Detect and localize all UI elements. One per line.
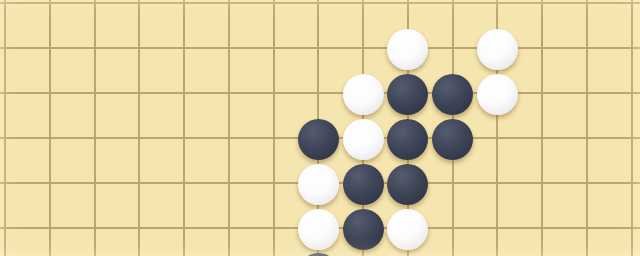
grid-line-horizontal <box>0 2 640 4</box>
screenshot-stage <box>0 0 640 256</box>
grid-line-vertical <box>138 0 140 256</box>
black-stone <box>387 74 428 115</box>
black-stone <box>432 119 473 160</box>
grid-line-vertical <box>541 0 543 256</box>
grid-line-horizontal <box>0 92 640 94</box>
black-stone <box>387 164 428 205</box>
white-stone <box>387 29 428 70</box>
white-stone <box>477 29 518 70</box>
black-stone <box>432 74 473 115</box>
white-stone <box>387 209 428 250</box>
grid-line-vertical <box>4 0 6 256</box>
grid-line-vertical <box>94 0 96 256</box>
black-stone <box>343 209 384 250</box>
black-stone <box>387 119 428 160</box>
grid-line-vertical <box>49 0 51 256</box>
grid-line-vertical <box>228 0 230 256</box>
white-stone <box>343 119 384 160</box>
white-stone <box>298 209 339 250</box>
black-stone <box>343 164 384 205</box>
white-stone <box>298 164 339 205</box>
grid-line-horizontal <box>0 47 640 49</box>
gomoku-board[interactable] <box>0 0 640 256</box>
white-stone <box>343 74 384 115</box>
grid-line-vertical <box>586 0 588 256</box>
grid-line-vertical <box>273 0 275 256</box>
grid-line-vertical <box>631 0 633 256</box>
black-stone <box>298 119 339 160</box>
grid-line-vertical <box>183 0 185 256</box>
white-stone <box>477 74 518 115</box>
